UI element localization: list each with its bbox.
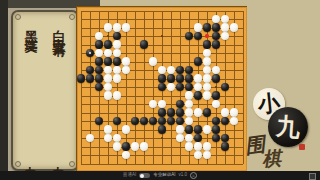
black-stone: [104, 40, 112, 48]
white-stone: [122, 125, 130, 133]
white-stone: [185, 100, 193, 108]
white-stone: [230, 23, 238, 31]
white-stone: [194, 151, 202, 159]
black-stone: [185, 66, 193, 74]
white-stone: [221, 23, 229, 31]
white-stone: [158, 66, 166, 74]
black-stone: [95, 66, 103, 74]
star-point: [161, 35, 163, 37]
black-stone: [113, 57, 121, 65]
white-stone: [104, 134, 112, 142]
white-stone: [185, 117, 193, 125]
white-stone: [104, 23, 112, 31]
black-stone: [185, 125, 193, 133]
red-dot-marker: [205, 34, 208, 37]
go-board: [76, 6, 248, 172]
white-color-label: 白: [53, 20, 66, 23]
white-stone: [203, 83, 211, 91]
grid-line-h: [81, 164, 243, 165]
white-stone: [104, 125, 112, 133]
grid-line-v: [234, 11, 235, 164]
black-stone: [194, 91, 202, 99]
logo-char-jiu: 九: [275, 110, 301, 144]
white-stone: [203, 57, 211, 65]
white-stone: [212, 15, 220, 23]
black-stone: [212, 117, 220, 125]
black-stone: [194, 57, 202, 65]
black-stone: [203, 23, 211, 31]
black-stone: [158, 108, 166, 116]
black-stone: [113, 32, 121, 40]
black-stone: [158, 83, 166, 91]
white-stone: [167, 83, 175, 91]
white-stone: [221, 32, 229, 40]
black-stone: [77, 74, 85, 82]
left-edge-strip: [0, 0, 8, 180]
white-stone: [158, 100, 166, 108]
white-stone: [122, 151, 130, 159]
black-stone: [104, 57, 112, 65]
black-stone: [86, 74, 94, 82]
bar-left-label: 普通AI: [123, 173, 136, 178]
white-stone: [149, 100, 157, 108]
white-stone: [113, 66, 121, 74]
white-stone: [194, 74, 202, 82]
logo-script-qi: 棋: [261, 145, 282, 172]
bar-right-label: 专业解说AI: [153, 173, 175, 178]
player-info-panel: 黑 连笑 九段 白 申真谞 九段: [11, 10, 79, 171]
white-stone: [113, 91, 121, 99]
white-stone: [95, 49, 103, 57]
black-stone: [95, 57, 103, 65]
black-stone: [212, 134, 220, 142]
black-player-rank: 九段: [25, 155, 38, 161]
star-point: [161, 137, 163, 139]
black-player-name: 连笑: [25, 27, 38, 33]
white-stone: [185, 142, 193, 150]
black-stone: [167, 108, 175, 116]
black-stone: [95, 117, 103, 125]
white-stone: [149, 57, 157, 65]
star-point: [215, 86, 217, 88]
black-stone: [113, 117, 121, 125]
black-player-column: 黑 连笑 九段: [19, 20, 43, 161]
black-stone: [212, 32, 220, 40]
white-stone: [104, 66, 112, 74]
white-stone: [230, 108, 238, 116]
white-stone: [113, 49, 121, 57]
black-stone: [194, 134, 202, 142]
black-stone: [95, 40, 103, 48]
black-stone: [176, 74, 184, 82]
black-stone: [131, 117, 139, 125]
black-stone: [185, 74, 193, 82]
white-stone: [194, 83, 202, 91]
black-stone: [95, 83, 103, 91]
white-stone: [203, 74, 211, 82]
black-stone: [176, 83, 184, 91]
black-stone: [140, 40, 148, 48]
white-stone: [176, 125, 184, 133]
black-stone: [176, 117, 184, 125]
white-stone: [221, 108, 229, 116]
app-logo: 小 九 围 棋: [247, 0, 320, 180]
white-stone: [140, 142, 148, 150]
white-stone: [104, 91, 112, 99]
bottom-bar: 普通AI 专业解说AI v1.0 ①: [0, 171, 320, 180]
white-stone: [203, 142, 211, 150]
white-stone: [203, 91, 211, 99]
black-stone: [221, 83, 229, 91]
white-stone: [230, 117, 238, 125]
white-stone: [113, 40, 121, 48]
white-stone: [122, 57, 130, 65]
white-stone: [185, 134, 193, 142]
black-stone: [158, 125, 166, 133]
star-point: [107, 35, 109, 37]
white-stone: [113, 142, 121, 150]
bar-version: v1.0: [179, 173, 188, 178]
black-stone: [221, 117, 229, 125]
white-stone: [221, 15, 229, 23]
white-player-column: 白 申真谞 九段: [47, 20, 71, 161]
white-stone: [131, 142, 139, 150]
black-stone: [185, 32, 193, 40]
info-circle-icon[interactable]: ①: [190, 172, 197, 179]
black-stone: [149, 117, 157, 125]
black-stone: [194, 125, 202, 133]
black-stone: [212, 74, 220, 82]
white-player-rank: 九段: [53, 155, 66, 161]
black-stone: [221, 142, 229, 150]
toggle-switch[interactable]: [139, 173, 150, 178]
white-stone: [122, 66, 130, 74]
black-stone-logo-icon: 九: [268, 107, 308, 147]
white-stone: [167, 66, 175, 74]
white-stone: [203, 125, 211, 133]
toggle-knob: [140, 174, 144, 178]
broadcast-frame: 黑 连笑 九段 白 申真谞 九段 小 九 围 棋 普通AI: [0, 0, 320, 180]
white-stone: [104, 49, 112, 57]
black-stone: [95, 74, 103, 82]
black-stone: [212, 23, 220, 31]
white-stone: [203, 49, 211, 57]
rivet-icon: [15, 161, 21, 167]
white-stone: [194, 142, 202, 150]
white-stone: [95, 32, 103, 40]
white-stone: [122, 23, 130, 31]
white-stone: [212, 66, 220, 74]
black-stone: [185, 83, 193, 91]
black-stone: [221, 134, 229, 142]
white-stone: [203, 66, 211, 74]
white-stone: [113, 23, 121, 31]
black-stone: [167, 117, 175, 125]
black-stone: [194, 32, 202, 40]
black-stone: [158, 117, 166, 125]
white-player-name: 申真谞: [53, 27, 66, 36]
black-stone: [203, 108, 211, 116]
fullscreen-corner-icon[interactable]: [309, 173, 316, 180]
white-stone: [194, 108, 202, 116]
black-stone: [176, 100, 184, 108]
white-stone: [104, 83, 112, 91]
white-stone: [176, 134, 184, 142]
black-stone: [176, 108, 184, 116]
white-stone: [113, 134, 121, 142]
black-stone: [176, 66, 184, 74]
black-stone: [212, 125, 220, 133]
black-stone: [212, 91, 220, 99]
black-color-label: 黑: [25, 20, 38, 23]
white-stone: [104, 74, 112, 82]
white-stone: [194, 23, 202, 31]
black-stone: [122, 142, 130, 150]
white-stone: [185, 108, 193, 116]
grid-line-h: [81, 147, 243, 148]
black-stone: [203, 40, 211, 48]
white-stone: [113, 74, 121, 82]
right-background: 小 九 围 棋: [247, 0, 320, 180]
red-seal-icon: [299, 144, 305, 150]
black-stone: [140, 117, 148, 125]
black-stone: [86, 66, 94, 74]
white-stone: [212, 100, 220, 108]
rivet-icon: [69, 161, 75, 167]
grid-line-h: [81, 155, 243, 156]
black-stone: [158, 74, 166, 82]
black-stone: [167, 74, 175, 82]
white-stone: [86, 134, 94, 142]
white-stone: [203, 151, 211, 159]
white-stone: [185, 91, 193, 99]
black-stone: [212, 40, 220, 48]
